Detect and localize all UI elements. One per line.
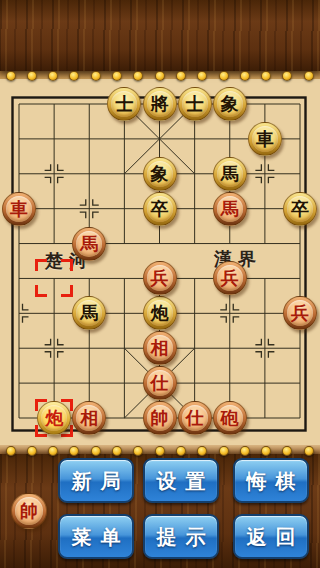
piece-black-馬[interactable]: 馬 bbox=[213, 157, 247, 191]
piece-red-馬[interactable]: 馬 bbox=[72, 227, 106, 261]
piece-black-士[interactable]: 士 bbox=[107, 87, 141, 121]
piece-red-相[interactable]: 相 bbox=[72, 401, 106, 435]
piece-glyph: 馬 bbox=[73, 297, 105, 329]
piece-glyph: 砲 bbox=[214, 402, 246, 434]
piece-glyph: 馬 bbox=[214, 193, 246, 225]
piece-glyph: 相 bbox=[73, 402, 105, 434]
settings-button[interactable]: 设置 bbox=[143, 458, 219, 503]
piece-glyph: 卒 bbox=[284, 193, 316, 225]
piece-red-兵[interactable]: 兵 bbox=[143, 261, 177, 295]
new-game-button[interactable]: 新局 bbox=[58, 458, 134, 503]
piece-glyph: 帥 bbox=[144, 402, 176, 434]
piece-red-帥[interactable]: 帥 bbox=[143, 401, 177, 435]
piece-red-炮[interactable]: 炮 bbox=[37, 401, 71, 435]
gold-stud bbox=[6, 71, 16, 81]
gold-stud bbox=[112, 446, 122, 456]
piece-glyph: 象 bbox=[144, 158, 176, 190]
piece-black-炮[interactable]: 炮 bbox=[143, 296, 177, 330]
gold-stud bbox=[69, 446, 79, 456]
gold-stud bbox=[48, 446, 58, 456]
gold-stud bbox=[6, 446, 16, 456]
piece-glyph: 馬 bbox=[214, 158, 246, 190]
gold-stud bbox=[304, 71, 314, 81]
gold-stud bbox=[133, 446, 143, 456]
top-wood-band bbox=[0, 0, 320, 71]
piece-black-卒[interactable]: 卒 bbox=[283, 192, 317, 226]
piece-glyph: 卒 bbox=[144, 193, 176, 225]
piece-red-相[interactable]: 相 bbox=[143, 331, 177, 365]
gold-stud bbox=[27, 71, 37, 81]
gold-stud bbox=[176, 71, 186, 81]
piece-red-兵[interactable]: 兵 bbox=[283, 296, 317, 330]
gold-stud bbox=[240, 446, 250, 456]
piece-red-馬[interactable]: 馬 bbox=[213, 192, 247, 226]
piece-glyph: 馬 bbox=[73, 228, 105, 260]
gold-stud bbox=[261, 446, 271, 456]
gold-stud bbox=[27, 446, 37, 456]
piece-black-象[interactable]: 象 bbox=[213, 87, 247, 121]
piece-black-象[interactable]: 象 bbox=[143, 157, 177, 191]
piece-glyph: 將 bbox=[144, 88, 176, 120]
piece-black-將[interactable]: 將 bbox=[143, 87, 177, 121]
piece-glyph: 車 bbox=[3, 193, 35, 225]
turn-indicator-piece: 帥 bbox=[11, 493, 47, 529]
undo-button[interactable]: 悔棋 bbox=[233, 458, 309, 503]
gold-stud bbox=[112, 71, 122, 81]
gold-stud bbox=[304, 446, 314, 456]
piece-black-馬[interactable]: 馬 bbox=[72, 296, 106, 330]
menu-button[interactable]: 菜单 bbox=[58, 514, 134, 559]
gold-stud bbox=[219, 446, 229, 456]
piece-glyph: 相 bbox=[144, 332, 176, 364]
piece-red-仕[interactable]: 仕 bbox=[143, 366, 177, 400]
piece-glyph: 兵 bbox=[214, 262, 246, 294]
piece-black-車[interactable]: 車 bbox=[248, 122, 282, 156]
piece-glyph: 車 bbox=[249, 123, 281, 155]
piece-black-卒[interactable]: 卒 bbox=[143, 192, 177, 226]
piece-red-仕[interactable]: 仕 bbox=[178, 401, 212, 435]
gold-stud bbox=[91, 446, 101, 456]
piece-red-兵[interactable]: 兵 bbox=[213, 261, 247, 295]
gold-stud bbox=[282, 446, 292, 456]
piece-glyph: 象 bbox=[214, 88, 246, 120]
gold-stud bbox=[197, 446, 207, 456]
piece-red-車[interactable]: 車 bbox=[2, 192, 36, 226]
gold-stud bbox=[240, 71, 250, 81]
piece-glyph: 兵 bbox=[284, 297, 316, 329]
gold-stud bbox=[91, 71, 101, 81]
hint-button[interactable]: 提示 bbox=[143, 514, 219, 559]
gold-stud bbox=[219, 71, 229, 81]
gold-stud bbox=[176, 446, 186, 456]
piece-glyph: 炮 bbox=[144, 297, 176, 329]
piece-glyph: 兵 bbox=[144, 262, 176, 294]
piece-glyph: 士 bbox=[179, 88, 211, 120]
turn-indicator-glyph: 帥 bbox=[12, 494, 46, 528]
gold-stud bbox=[155, 446, 165, 456]
back-button[interactable]: 返回 bbox=[233, 514, 309, 559]
piece-red-砲[interactable]: 砲 bbox=[213, 401, 247, 435]
piece-glyph: 仕 bbox=[144, 367, 176, 399]
piece-glyph: 炮 bbox=[38, 402, 70, 434]
piece-glyph: 士 bbox=[108, 88, 140, 120]
gold-stud bbox=[155, 71, 165, 81]
piece-black-士[interactable]: 士 bbox=[178, 87, 212, 121]
piece-glyph: 仕 bbox=[179, 402, 211, 434]
